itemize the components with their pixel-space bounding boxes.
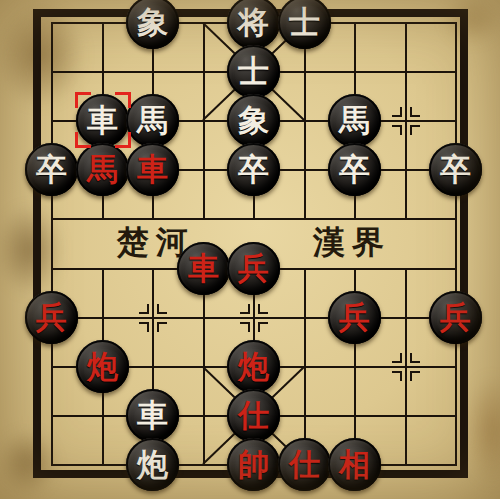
point-marker-arm	[157, 304, 167, 314]
point-marker-arm	[240, 322, 250, 332]
piece-black-elephant-1[interactable]: 象	[126, 0, 179, 49]
piece-black-horse-2[interactable]: 馬	[328, 94, 381, 147]
point-marker-arm	[157, 322, 167, 332]
point-marker-arm	[410, 353, 420, 363]
grid-line	[51, 22, 53, 466]
piece-red-soldier-4[interactable]: 兵	[429, 291, 482, 344]
piece-black-soldier-4[interactable]: 卒	[429, 143, 482, 196]
grid-line	[455, 22, 457, 466]
piece-red-general[interactable]: 帥	[227, 438, 280, 491]
piece-black-advisor-1[interactable]: 士	[278, 0, 331, 49]
point-marker-arm	[392, 371, 402, 381]
xiangqi-app: 象将士士車馬象馬卒馬車卒卒卒車兵兵兵兵炮炮車仕炮帥仕相 楚河 漢界	[0, 0, 500, 499]
piece-red-soldier-2[interactable]: 兵	[25, 291, 78, 344]
point-marker-arm	[410, 125, 420, 135]
piece-black-soldier-2[interactable]: 卒	[227, 143, 280, 196]
point-marker-arm	[139, 304, 149, 314]
piece-red-advisor-1[interactable]: 仕	[227, 389, 280, 442]
piece-black-soldier-3[interactable]: 卒	[328, 143, 381, 196]
piece-black-cannon-1[interactable]: 炮	[126, 438, 179, 491]
point-marker-arm	[410, 107, 420, 117]
piece-black-soldier-1[interactable]: 卒	[25, 143, 78, 196]
piece-black-horse-1[interactable]: 馬	[126, 94, 179, 147]
point-marker-c4r6	[240, 304, 268, 332]
piece-black-chariot-1[interactable]: 車	[76, 94, 129, 147]
piece-red-cannon-2[interactable]: 炮	[227, 340, 280, 393]
point-marker-arm	[392, 107, 402, 117]
piece-red-advisor-2[interactable]: 仕	[278, 438, 331, 491]
piece-black-advisor-2[interactable]: 士	[227, 45, 280, 98]
point-marker-c2r6	[139, 304, 167, 332]
point-marker-arm	[410, 371, 420, 381]
piece-red-cannon-1[interactable]: 炮	[76, 340, 129, 393]
point-marker-c7r2	[392, 107, 420, 135]
point-marker-arm	[258, 304, 268, 314]
xiangqi-board[interactable]: 象将士士車馬象馬卒馬車卒卒卒車兵兵兵兵炮炮車仕炮帥仕相	[51, 22, 457, 466]
point-marker-c7r7	[392, 353, 420, 381]
piece-red-soldier-3[interactable]: 兵	[328, 291, 381, 344]
point-marker-arm	[258, 322, 268, 332]
piece-black-chariot-2[interactable]: 車	[126, 389, 179, 442]
piece-red-chariot-2[interactable]: 車	[177, 242, 230, 295]
piece-red-soldier-1[interactable]: 兵	[227, 242, 280, 295]
point-marker-arm	[392, 125, 402, 135]
piece-black-elephant-2[interactable]: 象	[227, 94, 280, 147]
point-marker-arm	[240, 304, 250, 314]
point-marker-arm	[392, 353, 402, 363]
point-marker-arm	[139, 322, 149, 332]
piece-red-chariot-1[interactable]: 車	[126, 143, 179, 196]
piece-red-elephant-1[interactable]: 相	[328, 438, 381, 491]
piece-red-horse-1[interactable]: 馬	[76, 143, 129, 196]
